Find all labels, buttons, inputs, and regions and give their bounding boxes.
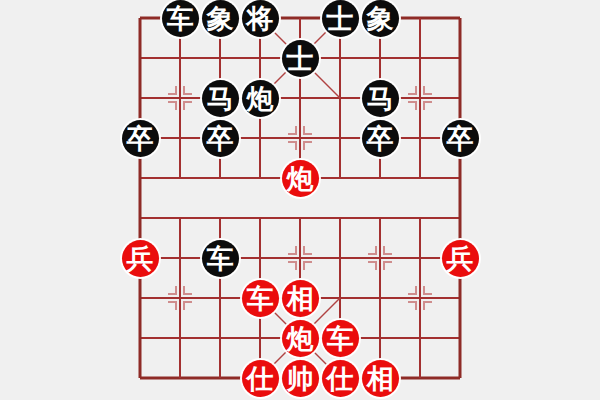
board-point-f6-r1[interactable] [360, 38, 400, 78]
board-point-f4-r6[interactable] [280, 238, 320, 278]
board-point-f8-r5[interactable] [440, 198, 480, 238]
piece-black-soldier[interactable]: 卒 [122, 120, 159, 157]
piece-red-advisor[interactable]: 仕 [322, 360, 359, 397]
board-point-f5-r0[interactable]: 士 [320, 0, 360, 38]
board-point-f4-r8[interactable]: 炮 [280, 318, 320, 358]
piece-red-soldier[interactable]: 兵 [122, 240, 159, 277]
board-point-f7-r1[interactable] [400, 38, 440, 78]
board-point-f0-r6[interactable]: 兵 [120, 238, 160, 278]
piece-black-elephant[interactable]: 象 [362, 0, 399, 37]
board-point-f1-r7[interactable] [160, 278, 200, 318]
board-point-f4-r4[interactable]: 炮 [280, 158, 320, 198]
board-point-f8-r2[interactable] [440, 78, 480, 118]
board-point-f0-r1[interactable] [120, 38, 160, 78]
piece-red-cannon[interactable]: 炮 [282, 320, 319, 357]
board-point-f3-r8[interactable] [240, 318, 280, 358]
board-point-f1-r6[interactable] [160, 238, 200, 278]
piece-red-chariot[interactable]: 车 [322, 320, 359, 357]
board-point-f8-r0[interactable] [440, 0, 480, 38]
board-point-f0-r2[interactable] [120, 78, 160, 118]
board-point-f5-r4[interactable] [320, 158, 360, 198]
board-point-f0-r5[interactable] [120, 198, 160, 238]
board-point-f5-r5[interactable] [320, 198, 360, 238]
board-point-f5-r6[interactable] [320, 238, 360, 278]
board-point-f8-r7[interactable] [440, 278, 480, 318]
board-point-f3-r3[interactable] [240, 118, 280, 158]
board-point-f1-r3[interactable] [160, 118, 200, 158]
board-point-f3-r5[interactable] [240, 198, 280, 238]
piece-black-soldier[interactable]: 卒 [362, 120, 399, 157]
board-points-grid: 车象将士象士马炮马卒卒卒卒炮兵车兵车相炮车仕帅仕相 [120, 0, 480, 398]
board-point-f5-r9[interactable]: 仕 [320, 358, 360, 398]
board-point-f1-r8[interactable] [160, 318, 200, 358]
board-point-f8-r9[interactable] [440, 358, 480, 398]
board-point-f2-r9[interactable] [200, 358, 240, 398]
board-point-f7-r8[interactable] [400, 318, 440, 358]
board-point-f0-r0[interactable] [120, 0, 160, 38]
board-point-f5-r8[interactable]: 车 [320, 318, 360, 358]
board-point-f0-r4[interactable] [120, 158, 160, 198]
board-point-f6-r9[interactable]: 相 [360, 358, 400, 398]
piece-black-cannon[interactable]: 炮 [242, 80, 279, 117]
board-point-f3-r6[interactable] [240, 238, 280, 278]
piece-red-king[interactable]: 帅 [282, 360, 319, 397]
piece-black-soldier[interactable]: 卒 [442, 120, 479, 157]
board-point-f3-r4[interactable] [240, 158, 280, 198]
board-point-f2-r7[interactable] [200, 278, 240, 318]
board-point-f2-r3[interactable]: 卒 [200, 118, 240, 158]
board-point-f6-r8[interactable] [360, 318, 400, 358]
piece-black-advisor[interactable]: 士 [282, 40, 319, 77]
board-point-f8-r1[interactable] [440, 38, 480, 78]
board-point-f4-r9[interactable]: 帅 [280, 358, 320, 398]
piece-black-chariot[interactable]: 车 [202, 240, 239, 277]
board-point-f2-r1[interactable] [200, 38, 240, 78]
board-point-f6-r5[interactable] [360, 198, 400, 238]
board-point-f6-r2[interactable]: 马 [360, 78, 400, 118]
board-point-f2-r5[interactable] [200, 198, 240, 238]
piece-red-soldier[interactable]: 兵 [442, 240, 479, 277]
board-point-f8-r8[interactable] [440, 318, 480, 358]
board-point-f1-r9[interactable] [160, 358, 200, 398]
xiangqi-board: 车象将士象士马炮马卒卒卒卒炮兵车兵车相炮车仕帅仕相 [0, 0, 600, 400]
board-point-f0-r8[interactable] [120, 318, 160, 358]
piece-black-horse[interactable]: 马 [202, 80, 239, 117]
board-point-f6-r0[interactable]: 象 [360, 0, 400, 38]
board-point-f8-r4[interactable] [440, 158, 480, 198]
board-point-f4-r3[interactable] [280, 118, 320, 158]
board-point-f3-r9[interactable]: 仕 [240, 358, 280, 398]
board-point-f7-r0[interactable] [400, 0, 440, 38]
board-point-f2-r6[interactable]: 车 [200, 238, 240, 278]
board-point-f3-r0[interactable]: 将 [240, 0, 280, 38]
board-point-f1-r5[interactable] [160, 198, 200, 238]
board-point-f2-r4[interactable] [200, 158, 240, 198]
board-point-f3-r7[interactable]: 车 [240, 278, 280, 318]
board-point-f1-r0[interactable]: 车 [160, 0, 200, 38]
board-point-f7-r4[interactable] [400, 158, 440, 198]
piece-black-soldier[interactable]: 卒 [202, 120, 239, 157]
board-point-f3-r2[interactable]: 炮 [240, 78, 280, 118]
board-point-f7-r9[interactable] [400, 358, 440, 398]
piece-red-elephant[interactable]: 相 [282, 280, 319, 317]
board-point-f4-r7[interactable]: 相 [280, 278, 320, 318]
board-point-f1-r4[interactable] [160, 158, 200, 198]
board-point-f8-r3[interactable]: 卒 [440, 118, 480, 158]
board-point-f0-r7[interactable] [120, 278, 160, 318]
piece-black-general[interactable]: 将 [242, 0, 279, 37]
piece-red-elephant[interactable]: 相 [362, 360, 399, 397]
board-point-f6-r6[interactable] [360, 238, 400, 278]
board-point-f1-r1[interactable] [160, 38, 200, 78]
piece-red-advisor[interactable]: 仕 [242, 360, 279, 397]
board-point-f6-r3[interactable]: 卒 [360, 118, 400, 158]
board-point-f7-r2[interactable] [400, 78, 440, 118]
board-point-f4-r5[interactable] [280, 198, 320, 238]
board-point-f6-r7[interactable] [360, 278, 400, 318]
board-point-f5-r7[interactable] [320, 278, 360, 318]
board-point-f1-r2[interactable] [160, 78, 200, 118]
board-point-f8-r6[interactable]: 兵 [440, 238, 480, 278]
board-point-f4-r0[interactable] [280, 0, 320, 38]
board-point-f4-r1[interactable]: 士 [280, 38, 320, 78]
piece-black-elephant[interactable]: 象 [202, 0, 239, 37]
piece-black-chariot[interactable]: 车 [162, 0, 199, 37]
board-point-f7-r6[interactable] [400, 238, 440, 278]
board-point-f7-r7[interactable] [400, 278, 440, 318]
board-point-f0-r9[interactable] [120, 358, 160, 398]
piece-black-horse[interactable]: 马 [362, 80, 399, 117]
board-point-f2-r8[interactable] [200, 318, 240, 358]
board-point-f5-r1[interactable] [320, 38, 360, 78]
board-point-f6-r4[interactable] [360, 158, 400, 198]
piece-red-cannon[interactable]: 炮 [282, 160, 319, 197]
piece-black-advisor[interactable]: 士 [322, 0, 359, 37]
board-point-f7-r5[interactable] [400, 198, 440, 238]
piece-red-chariot[interactable]: 车 [242, 280, 279, 317]
board-point-f4-r2[interactable] [280, 78, 320, 118]
board-point-f2-r0[interactable]: 象 [200, 0, 240, 38]
board-point-f7-r3[interactable] [400, 118, 440, 158]
board-point-f2-r2[interactable]: 马 [200, 78, 240, 118]
board-point-f3-r1[interactable] [240, 38, 280, 78]
board-point-f0-r3[interactable]: 卒 [120, 118, 160, 158]
board-point-f5-r3[interactable] [320, 118, 360, 158]
board-point-f5-r2[interactable] [320, 78, 360, 118]
